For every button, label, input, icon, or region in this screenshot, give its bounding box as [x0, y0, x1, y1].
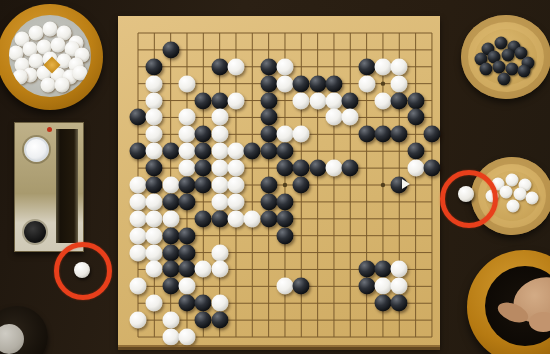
white-stone	[146, 193, 163, 210]
white-stone	[162, 312, 179, 329]
white-stone	[309, 92, 326, 109]
go-broadcast-frame	[0, 0, 550, 354]
white-bowl-stone	[50, 37, 65, 52]
stone-bowl-with-hand	[467, 250, 550, 354]
black-stone	[260, 75, 277, 92]
white-stone	[146, 126, 163, 143]
black-button	[24, 221, 46, 243]
black-stone	[276, 193, 293, 210]
white-stone-bowl	[0, 4, 103, 110]
black-stone	[195, 177, 212, 194]
white-stone	[293, 92, 310, 109]
black-stone	[178, 177, 195, 194]
white-stone	[211, 160, 228, 177]
white-stone	[325, 109, 342, 126]
white-stone	[130, 210, 147, 227]
black-stone	[260, 58, 277, 75]
highlighted-white-stone-right	[458, 186, 474, 202]
black-bowl-stone	[518, 65, 531, 78]
white-stone	[146, 244, 163, 261]
white-stone	[130, 177, 147, 194]
white-stone	[146, 143, 163, 160]
black-stone	[195, 143, 212, 160]
black-stone	[276, 227, 293, 244]
highlighted-white-stone-left	[74, 262, 90, 278]
device-slot	[56, 129, 78, 243]
black-stone	[391, 295, 408, 312]
white-bowl-stone	[42, 21, 57, 36]
black-stone	[195, 295, 212, 312]
black-stone	[407, 92, 424, 109]
brass-timer-device	[14, 122, 84, 252]
black-stone	[293, 177, 310, 194]
triangle-cursor-icon	[402, 179, 410, 189]
black-stone	[423, 126, 440, 143]
black-stone	[162, 41, 179, 58]
white-stone	[146, 295, 163, 312]
black-stone	[162, 227, 179, 244]
black-stone	[325, 75, 342, 92]
white-stone	[211, 295, 228, 312]
black-stone	[178, 244, 195, 261]
white-stone	[276, 278, 293, 295]
black-stone	[342, 92, 359, 109]
white-stone	[276, 75, 293, 92]
white-stone	[227, 193, 244, 210]
white-stone	[374, 92, 391, 109]
black-stone	[130, 109, 147, 126]
white-stone	[227, 210, 244, 227]
white-stone	[276, 58, 293, 75]
white-stone	[211, 244, 228, 261]
black-stone	[211, 210, 228, 227]
black-stone	[374, 295, 391, 312]
white-stone	[146, 92, 163, 109]
white-bowl-stone	[12, 69, 27, 84]
black-stone	[293, 160, 310, 177]
black-stone	[342, 160, 359, 177]
black-stone	[162, 143, 179, 160]
black-stone	[195, 92, 212, 109]
black-stone-lid	[461, 15, 550, 99]
black-stone	[423, 160, 440, 177]
white-stone	[130, 244, 147, 261]
black-stone	[211, 312, 228, 329]
dark-lid	[0, 306, 48, 354]
black-stone	[276, 160, 293, 177]
white-stone	[244, 210, 261, 227]
black-stone	[195, 210, 212, 227]
white-stone	[211, 126, 228, 143]
black-stone	[260, 126, 277, 143]
black-stone	[358, 278, 375, 295]
white-stone	[391, 58, 408, 75]
black-stone	[260, 109, 277, 126]
white-bowl-stone	[72, 65, 87, 80]
white-stone	[178, 329, 195, 346]
board-side-edge	[118, 345, 440, 350]
white-stone	[178, 126, 195, 143]
white-stone	[146, 210, 163, 227]
white-stone	[178, 143, 195, 160]
black-stone	[276, 210, 293, 227]
black-stone	[195, 126, 212, 143]
white-stone	[130, 312, 147, 329]
black-stone	[260, 210, 277, 227]
black-stone	[195, 160, 212, 177]
white-stone	[407, 160, 424, 177]
black-stone	[244, 143, 261, 160]
white-stone	[130, 227, 147, 244]
black-bowl-stone	[495, 37, 508, 50]
grey-stone	[0, 324, 24, 354]
red-led-icon	[47, 127, 52, 132]
white-bowl-stone	[507, 200, 520, 213]
white-stone	[227, 160, 244, 177]
white-stone	[211, 261, 228, 278]
white-stone	[178, 75, 195, 92]
white-stone	[146, 261, 163, 278]
white-stone	[391, 261, 408, 278]
white-stone	[325, 160, 342, 177]
black-stone	[211, 92, 228, 109]
black-stone	[178, 295, 195, 312]
white-stone	[374, 58, 391, 75]
white-stone	[391, 278, 408, 295]
black-stone	[407, 143, 424, 160]
white-stone	[293, 126, 310, 143]
white-bowl-stone	[506, 174, 519, 187]
black-stone	[374, 261, 391, 278]
white-stone	[146, 109, 163, 126]
white-stone	[178, 160, 195, 177]
white-stone	[211, 109, 228, 126]
black-stone	[195, 312, 212, 329]
black-stone	[358, 58, 375, 75]
black-stone	[178, 261, 195, 278]
black-stone	[407, 109, 424, 126]
white-bowl-stone	[40, 77, 55, 92]
white-stone	[195, 261, 212, 278]
white-stone	[162, 210, 179, 227]
black-stone	[146, 160, 163, 177]
black-stone	[358, 126, 375, 143]
black-stone	[162, 193, 179, 210]
black-bowl-stone	[502, 49, 515, 62]
white-stone	[227, 143, 244, 160]
black-stone	[162, 278, 179, 295]
white-stone	[146, 227, 163, 244]
black-stone	[293, 278, 310, 295]
white-stone	[374, 278, 391, 295]
white-stone	[325, 92, 342, 109]
black-stone	[309, 75, 326, 92]
white-stone-bowl-opening	[9, 15, 92, 98]
black-stone	[276, 143, 293, 160]
black-stone	[260, 143, 277, 160]
black-stone	[391, 126, 408, 143]
white-stone	[162, 177, 179, 194]
black-stone	[162, 244, 179, 261]
bowl-opening	[485, 266, 550, 346]
white-stone	[130, 193, 147, 210]
black-bowl-stone	[498, 73, 511, 86]
black-stone	[162, 261, 179, 278]
black-stone	[146, 177, 163, 194]
white-bowl-stone	[54, 77, 69, 92]
black-stone	[260, 177, 277, 194]
white-bowl-stone	[28, 25, 43, 40]
white-stone	[211, 193, 228, 210]
black-stone	[374, 126, 391, 143]
black-stone	[146, 58, 163, 75]
white-button	[24, 137, 49, 162]
black-stone	[178, 227, 195, 244]
white-stone	[342, 109, 359, 126]
white-stone	[211, 177, 228, 194]
black-stone	[130, 143, 147, 160]
black-stone	[358, 261, 375, 278]
white-bowl-stone	[526, 192, 539, 205]
black-stone	[309, 160, 326, 177]
white-stone	[227, 92, 244, 109]
white-stone	[211, 143, 228, 160]
white-stone	[162, 329, 179, 346]
go-board	[118, 16, 440, 347]
white-stone	[146, 75, 163, 92]
hand-knuckle	[529, 312, 550, 332]
black-stone	[178, 193, 195, 210]
black-stone	[293, 75, 310, 92]
black-bowl-stone	[480, 63, 493, 76]
white-stone	[178, 109, 195, 126]
white-stone	[358, 75, 375, 92]
white-stone	[391, 75, 408, 92]
black-stone	[260, 92, 277, 109]
white-bowl-stone	[500, 186, 513, 199]
white-stone	[276, 126, 293, 143]
black-stone	[391, 92, 408, 109]
white-stone	[130, 278, 147, 295]
white-stone	[227, 177, 244, 194]
black-stone	[260, 193, 277, 210]
white-stone	[178, 278, 195, 295]
white-stone	[227, 58, 244, 75]
black-stone	[211, 58, 228, 75]
